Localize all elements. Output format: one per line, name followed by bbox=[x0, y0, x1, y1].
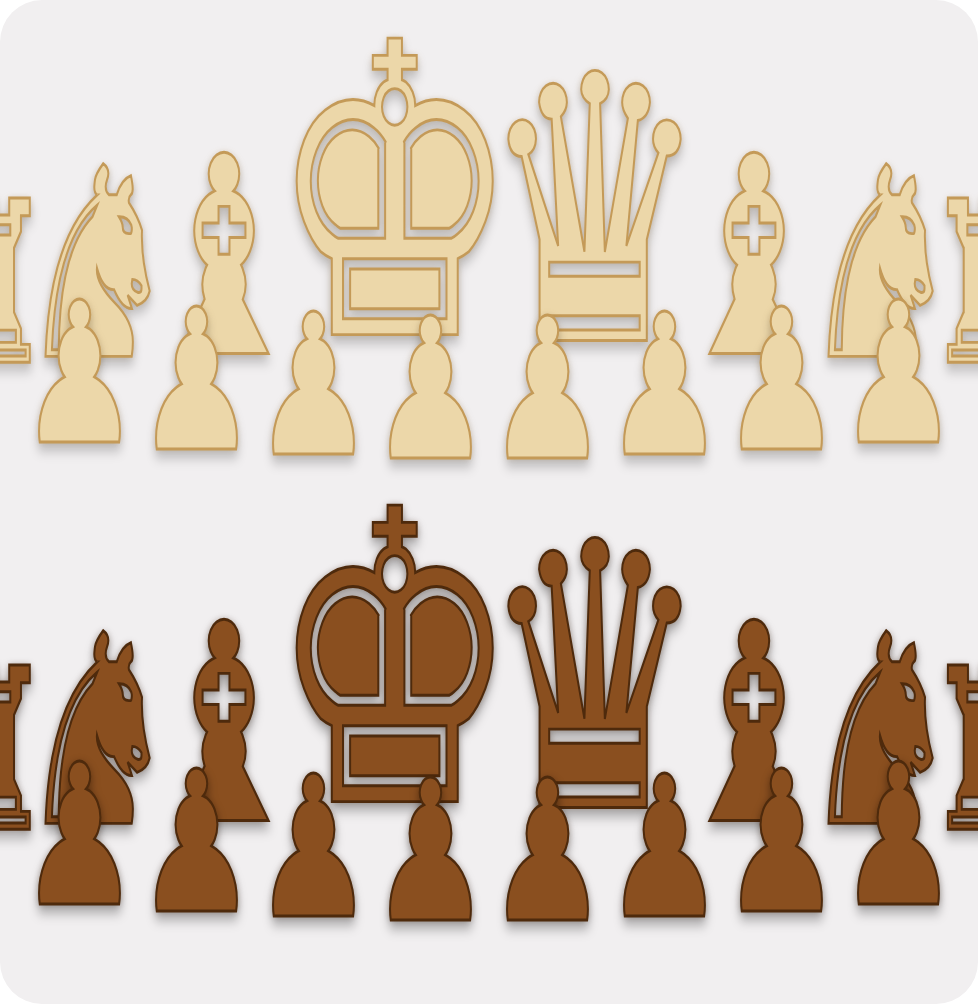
page: ♜♞♝♚♛♝♞♜ ♟♟♟♟♟♟♟♟ ♜♞♝♚♛♝♞♜ ♟♟♟♟♟♟♟♟ bbox=[0, 0, 978, 1004]
white-pawn-8: ♟ bbox=[838, 276, 959, 472]
dark-pawn-row: ♟♟♟♟♟♟♟♟ bbox=[0, 799, 978, 950]
dark-pawn-3: ♟ bbox=[253, 750, 374, 946]
dark-pawn-8: ♟ bbox=[838, 738, 959, 934]
white-pawn-6: ♟ bbox=[604, 288, 725, 484]
white-pawn-3: ♟ bbox=[253, 288, 374, 484]
dark-pawn-2: ♟ bbox=[136, 745, 257, 941]
dark-pawn-6: ♟ bbox=[604, 750, 725, 946]
dark-pawn-1: ♟ bbox=[19, 738, 140, 934]
dark-pawn-5: ♟ bbox=[487, 754, 608, 950]
chess-pieces-photo: ♜♞♝♚♛♝♞♜ ♟♟♟♟♟♟♟♟ ♜♞♝♚♛♝♞♜ ♟♟♟♟♟♟♟♟ bbox=[0, 0, 978, 1004]
dark-pawn-7: ♟ bbox=[721, 745, 842, 941]
white-pawn-7: ♟ bbox=[721, 283, 842, 479]
white-pawn-1: ♟ bbox=[19, 276, 140, 472]
white-pawn-2: ♟ bbox=[136, 283, 257, 479]
white-pawn-5: ♟ bbox=[487, 292, 608, 488]
white-pawn-row: ♟♟♟♟♟♟♟♟ bbox=[0, 337, 978, 488]
dark-piece-set: ♜♞♝♚♛♝♞♜ ♟♟♟♟♟♟♟♟ bbox=[0, 502, 978, 1004]
white-pawn-4: ♟ bbox=[370, 292, 491, 488]
white-piece-set: ♜♞♝♚♛♝♞♜ ♟♟♟♟♟♟♟♟ bbox=[0, 0, 978, 502]
dark-pawn-4: ♟ bbox=[370, 754, 491, 950]
